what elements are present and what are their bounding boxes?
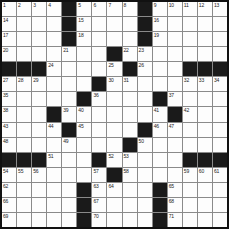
- clue-number-50: 50: [139, 138, 144, 144]
- black-cell-r1c5: [62, 2, 76, 16]
- black-cell-r11c1: [2, 153, 16, 167]
- cell-r5c10[interactable]: 26: [138, 62, 152, 76]
- cell-r6c2[interactable]: 28: [17, 77, 31, 91]
- cell-r8c6[interactable]: 40: [77, 107, 91, 121]
- cell-r3c3[interactable]: [32, 32, 46, 46]
- black-cell-r9c10: [138, 123, 152, 137]
- cell-r7c15[interactable]: [213, 92, 227, 106]
- cell-r15c10[interactable]: [138, 213, 152, 227]
- clue-number-17: 17: [3, 32, 8, 38]
- cell-r15c4[interactable]: [47, 213, 61, 227]
- clue-number-1: 1: [3, 2, 6, 8]
- cell-r12c2[interactable]: 55: [17, 168, 31, 182]
- cell-r12c4[interactable]: [47, 168, 61, 182]
- cell-r11c11[interactable]: [153, 153, 167, 167]
- cell-r3c14[interactable]: [198, 32, 212, 46]
- cell-r15c3[interactable]: [32, 213, 46, 227]
- clue-number-61: 61: [214, 168, 219, 174]
- clue-number-69: 69: [3, 213, 8, 219]
- cell-r3c12[interactable]: [168, 32, 182, 46]
- clue-number-40: 40: [78, 107, 83, 113]
- cell-r6c12[interactable]: [168, 77, 182, 91]
- cell-r9c2[interactable]: [17, 123, 31, 137]
- cell-r10c15[interactable]: [213, 138, 227, 152]
- cell-r2c13[interactable]: [183, 17, 197, 31]
- clue-number-48: 48: [3, 138, 8, 144]
- black-cell-r5c2: [17, 62, 31, 76]
- cell-r10c7[interactable]: [92, 138, 106, 152]
- clue-number-39: 39: [63, 107, 68, 113]
- cell-r2c9[interactable]: [123, 17, 137, 31]
- clue-number-22: 22: [124, 47, 129, 53]
- clue-number-28: 28: [18, 77, 23, 83]
- black-cell-r5c1: [2, 62, 16, 76]
- cell-r6c4[interactable]: [47, 77, 61, 91]
- clue-number-57: 57: [93, 168, 98, 174]
- cell-r9c15[interactable]: [213, 123, 227, 137]
- cell-r14c14[interactable]: [198, 198, 212, 212]
- cell-r10c1[interactable]: 48: [2, 138, 16, 152]
- cell-r12c14[interactable]: 60: [198, 168, 212, 182]
- clue-number-33: 33: [199, 77, 204, 83]
- cell-r14c10[interactable]: [138, 198, 152, 212]
- cell-r14c9[interactable]: [123, 198, 137, 212]
- clue-number-16: 16: [154, 17, 159, 23]
- cell-r7c14[interactable]: [198, 92, 212, 106]
- cell-r14c2[interactable]: [17, 198, 31, 212]
- cell-r3c1[interactable]: 17: [2, 32, 16, 46]
- black-cell-r9c5: [62, 123, 76, 137]
- cell-r14c12[interactable]: 68: [168, 198, 182, 212]
- cell-r15c8[interactable]: [107, 213, 121, 227]
- clue-number-10: 10: [169, 2, 174, 8]
- cell-r5c4[interactable]: 24: [47, 62, 61, 76]
- cell-r13c3[interactable]: [32, 183, 46, 197]
- cell-r7c7[interactable]: 36: [92, 92, 106, 106]
- black-cell-r15c6: [77, 213, 91, 227]
- cell-r11c12[interactable]: [168, 153, 182, 167]
- cell-r2c6[interactable]: 15: [77, 17, 91, 31]
- black-cell-r13c6: [77, 183, 91, 197]
- cell-r3c8[interactable]: [107, 32, 121, 46]
- cell-r2c2[interactable]: [17, 17, 31, 31]
- clue-number-18: 18: [78, 32, 83, 38]
- clue-number-4: 4: [48, 2, 51, 8]
- clue-number-52: 52: [108, 153, 113, 159]
- cell-r1c7[interactable]: 6: [92, 2, 106, 16]
- crossword-board: 1234567891011121314151617181920212223242…: [0, 0, 229, 229]
- cell-r9c8[interactable]: [107, 123, 121, 137]
- cell-r6c15[interactable]: 34: [213, 77, 227, 91]
- cell-r4c6[interactable]: [77, 47, 91, 61]
- clue-number-68: 68: [169, 198, 174, 204]
- cell-r9c13[interactable]: [183, 123, 197, 137]
- cell-r9c6[interactable]: 45: [77, 123, 91, 137]
- cell-r1c2[interactable]: 2: [17, 2, 31, 16]
- cell-r11c6[interactable]: [77, 153, 91, 167]
- black-cell-r15c11: [153, 213, 167, 227]
- cell-r2c1[interactable]: 14: [2, 17, 16, 31]
- cell-r6c5[interactable]: [62, 77, 76, 91]
- clue-number-43: 43: [3, 123, 8, 129]
- black-cell-r5c3: [32, 62, 46, 76]
- clue-number-47: 47: [169, 123, 174, 129]
- cell-r12c3[interactable]: 56: [32, 168, 46, 182]
- black-cell-r14c11: [153, 198, 167, 212]
- cell-r15c7[interactable]: 70: [92, 213, 106, 227]
- clue-number-44: 44: [48, 123, 53, 129]
- cell-r9c12[interactable]: 47: [168, 123, 182, 137]
- black-cell-r6c7: [92, 77, 106, 91]
- cell-r14c7[interactable]: 67: [92, 198, 106, 212]
- black-cell-r13c11: [153, 183, 167, 197]
- cell-r2c7[interactable]: [92, 17, 106, 31]
- cell-r9c14[interactable]: [198, 123, 212, 137]
- cell-r10c11[interactable]: [153, 138, 167, 152]
- cell-r13c5[interactable]: [62, 183, 76, 197]
- cell-r1c11[interactable]: 9: [153, 2, 167, 16]
- cell-r10c14[interactable]: [198, 138, 212, 152]
- cell-r13c12[interactable]: 65: [168, 183, 182, 197]
- cell-r6c8[interactable]: 30: [107, 77, 121, 91]
- cell-r13c8[interactable]: 64: [107, 183, 121, 197]
- clue-number-56: 56: [33, 168, 38, 174]
- cell-r11c10[interactable]: [138, 153, 152, 167]
- cell-r2c3[interactable]: [32, 17, 46, 31]
- cell-r7c5[interactable]: [62, 92, 76, 106]
- cell-r12c10[interactable]: [138, 168, 152, 182]
- cell-r12c6[interactable]: [77, 168, 91, 182]
- clue-number-45: 45: [78, 123, 83, 129]
- cell-r11c8[interactable]: 52: [107, 153, 121, 167]
- clue-number-23: 23: [139, 47, 144, 53]
- cell-r3c4[interactable]: [47, 32, 61, 46]
- cell-r5c5[interactable]: [62, 62, 76, 76]
- cell-r2c12[interactable]: [168, 17, 182, 31]
- cell-r4c14[interactable]: [198, 47, 212, 61]
- black-cell-r11c14: [198, 153, 212, 167]
- black-cell-r5c13: [183, 62, 197, 76]
- cell-r4c12[interactable]: [168, 47, 182, 61]
- cell-r7c4[interactable]: [47, 92, 61, 106]
- cell-r1c9[interactable]: 8: [123, 2, 137, 16]
- cell-r3c15[interactable]: [213, 32, 227, 46]
- cell-r9c4[interactable]: 44: [47, 123, 61, 137]
- cell-r1c1[interactable]: 1: [2, 2, 16, 16]
- cell-r2c4[interactable]: [47, 17, 61, 31]
- clue-number-71: 71: [169, 213, 174, 219]
- cell-r15c14[interactable]: [198, 213, 212, 227]
- cell-r13c9[interactable]: [123, 183, 137, 197]
- cell-r6c13[interactable]: 32: [183, 77, 197, 91]
- cell-r6c9[interactable]: 31: [123, 77, 137, 91]
- cell-r4c1[interactable]: 20: [2, 47, 16, 61]
- clue-number-51: 51: [48, 153, 53, 159]
- cell-r1c8[interactable]: 7: [107, 2, 121, 16]
- cell-r1c14[interactable]: 12: [198, 2, 212, 16]
- cell-r8c9[interactable]: [123, 107, 137, 121]
- clue-number-20: 20: [3, 47, 8, 53]
- cell-r9c9[interactable]: [123, 123, 137, 137]
- clue-number-35: 35: [3, 92, 8, 98]
- cell-r8c2[interactable]: [17, 107, 31, 121]
- cell-r6c11[interactable]: [153, 77, 167, 91]
- cell-r13c13[interactable]: [183, 183, 197, 197]
- clue-number-26: 26: [139, 62, 144, 68]
- black-cell-r11c13: [183, 153, 197, 167]
- clue-number-27: 27: [3, 77, 8, 83]
- clue-number-54: 54: [3, 168, 8, 174]
- cell-r14c8[interactable]: [107, 198, 121, 212]
- cell-r8c14[interactable]: [198, 107, 212, 121]
- black-cell-r11c3: [32, 153, 46, 167]
- cell-r12c15[interactable]: 61: [213, 168, 227, 182]
- cell-r4c5[interactable]: 21: [62, 47, 76, 61]
- black-cell-r7c11: [153, 92, 167, 106]
- cell-r14c13[interactable]: [183, 198, 197, 212]
- black-cell-r3c10: [138, 32, 152, 46]
- clue-number-6: 6: [93, 2, 96, 8]
- cell-r5c7[interactable]: [92, 62, 106, 76]
- cell-r5c8[interactable]: 25: [107, 62, 121, 76]
- cell-r4c4[interactable]: [47, 47, 61, 61]
- cell-r6c10[interactable]: [138, 77, 152, 91]
- clue-number-32: 32: [184, 77, 189, 83]
- cell-r8c15[interactable]: [213, 107, 227, 121]
- cell-r3c6[interactable]: 18: [77, 32, 91, 46]
- cell-r12c7[interactable]: 57: [92, 168, 106, 182]
- black-cell-r12c8: [107, 168, 121, 182]
- cell-r7c13[interactable]: [183, 92, 197, 106]
- cell-r7c12[interactable]: 37: [168, 92, 182, 106]
- black-cell-r2c10: [138, 17, 152, 31]
- clue-number-64: 64: [108, 183, 113, 189]
- black-cell-r5c15: [213, 62, 227, 76]
- cell-r5c11[interactable]: [153, 62, 167, 76]
- cell-r4c13[interactable]: [183, 47, 197, 61]
- clue-number-31: 31: [124, 77, 129, 83]
- black-cell-r10c9: [123, 138, 137, 152]
- cell-r15c12[interactable]: 71: [168, 213, 182, 227]
- clue-number-3: 3: [33, 2, 36, 8]
- cell-r13c1[interactable]: 62: [2, 183, 16, 197]
- cell-r8c5[interactable]: 39: [62, 107, 76, 121]
- cell-r3c7[interactable]: [92, 32, 106, 46]
- page: 1234567891011121314151617181920212223242…: [0, 0, 229, 229]
- cell-r8c10[interactable]: [138, 107, 152, 121]
- cell-r6c6[interactable]: [77, 77, 91, 91]
- clue-number-21: 21: [63, 47, 68, 53]
- cell-r12c5[interactable]: [62, 168, 76, 182]
- cell-r9c7[interactable]: [92, 123, 106, 137]
- clue-number-62: 62: [3, 183, 8, 189]
- clue-number-9: 9: [154, 2, 157, 8]
- cell-r1c3[interactable]: 3: [32, 2, 46, 16]
- clue-number-53: 53: [124, 153, 129, 159]
- cell-r1c12[interactable]: 10: [168, 2, 182, 16]
- black-cell-r1c10: [138, 2, 152, 16]
- clue-number-60: 60: [199, 168, 204, 174]
- cell-r6c14[interactable]: 33: [198, 77, 212, 91]
- cell-r14c3[interactable]: [32, 198, 46, 212]
- cell-r7c8[interactable]: [107, 92, 121, 106]
- cell-r11c9[interactable]: 53: [123, 153, 137, 167]
- cell-r15c9[interactable]: [123, 213, 137, 227]
- cell-r6c1[interactable]: 27: [2, 77, 16, 91]
- cell-r5c6[interactable]: [77, 62, 91, 76]
- black-cell-r8c4: [47, 107, 61, 121]
- clue-number-67: 67: [93, 198, 98, 204]
- clue-number-7: 7: [108, 2, 111, 8]
- clue-number-65: 65: [169, 183, 174, 189]
- cell-r4c11[interactable]: [153, 47, 167, 61]
- clue-number-59: 59: [184, 168, 189, 174]
- cell-r10c6[interactable]: [77, 138, 91, 152]
- black-cell-r8c12: [168, 107, 182, 121]
- clue-number-29: 29: [33, 77, 38, 83]
- cell-r2c11[interactable]: 16: [153, 17, 167, 31]
- cell-r11c4[interactable]: 51: [47, 153, 61, 167]
- clue-number-12: 12: [199, 2, 204, 8]
- cell-r15c5[interactable]: [62, 213, 76, 227]
- cell-r10c13[interactable]: [183, 138, 197, 152]
- cell-r3c11[interactable]: 19: [153, 32, 167, 46]
- cell-r13c15[interactable]: [213, 183, 227, 197]
- clue-number-36: 36: [93, 92, 98, 98]
- cell-r2c15[interactable]: [213, 17, 227, 31]
- black-cell-r5c9: [123, 62, 137, 76]
- clue-number-8: 8: [124, 2, 127, 8]
- cell-r4c2[interactable]: [17, 47, 31, 61]
- clue-number-14: 14: [3, 17, 8, 23]
- clue-number-63: 63: [93, 183, 98, 189]
- cell-r10c4[interactable]: [47, 138, 61, 152]
- black-cell-r2c5: [62, 17, 76, 31]
- cell-r15c13[interactable]: [183, 213, 197, 227]
- cell-r13c7[interactable]: 63: [92, 183, 106, 197]
- cell-r14c1[interactable]: 66: [2, 198, 16, 212]
- cell-r1c13[interactable]: 11: [183, 2, 197, 16]
- black-cell-r7c6: [77, 92, 91, 106]
- cell-r14c15[interactable]: [213, 198, 227, 212]
- cell-r2c8[interactable]: [107, 17, 121, 31]
- cell-r8c1[interactable]: 38: [2, 107, 16, 121]
- clue-number-41: 41: [154, 107, 159, 113]
- cell-r4c7[interactable]: [92, 47, 106, 61]
- cell-r7c1[interactable]: 35: [2, 92, 16, 106]
- cell-r10c3[interactable]: [32, 138, 46, 152]
- clue-number-37: 37: [169, 92, 174, 98]
- clue-number-42: 42: [184, 107, 189, 113]
- cell-r12c1[interactable]: 54: [2, 168, 16, 182]
- cell-r10c8[interactable]: [107, 138, 121, 152]
- clue-number-5: 5: [78, 2, 81, 8]
- cell-r3c13[interactable]: [183, 32, 197, 46]
- clue-number-25: 25: [108, 62, 113, 68]
- clue-number-70: 70: [93, 213, 98, 219]
- clue-number-11: 11: [184, 2, 189, 8]
- cell-r12c11[interactable]: [153, 168, 167, 182]
- cell-r13c14[interactable]: [198, 183, 212, 197]
- cell-r11c5[interactable]: [62, 153, 76, 167]
- cell-r7c10[interactable]: [138, 92, 152, 106]
- cell-r3c9[interactable]: [123, 32, 137, 46]
- black-cell-r11c7: [92, 153, 106, 167]
- cell-r10c2[interactable]: [17, 138, 31, 152]
- cell-r12c9[interactable]: 58: [123, 168, 137, 182]
- cell-r8c3[interactable]: [32, 107, 46, 121]
- cell-r12c12[interactable]: [168, 168, 182, 182]
- cell-r13c10[interactable]: [138, 183, 152, 197]
- clue-number-2: 2: [18, 2, 21, 8]
- clue-number-13: 13: [214, 2, 219, 8]
- cell-r10c12[interactable]: [168, 138, 182, 152]
- cell-r8c11[interactable]: 41: [153, 107, 167, 121]
- cell-r8c8[interactable]: [107, 107, 121, 121]
- black-cell-r11c15: [213, 153, 227, 167]
- black-cell-r11c2: [17, 153, 31, 167]
- cell-r6c3[interactable]: 29: [32, 77, 46, 91]
- cell-r5c12[interactable]: [168, 62, 182, 76]
- cell-r9c3[interactable]: [32, 123, 46, 137]
- cell-r7c9[interactable]: [123, 92, 137, 106]
- cell-r4c15[interactable]: [213, 47, 227, 61]
- clue-number-49: 49: [63, 138, 68, 144]
- cell-r2c14[interactable]: [198, 17, 212, 31]
- cell-r4c10[interactable]: 23: [138, 47, 152, 61]
- clue-number-46: 46: [154, 123, 159, 129]
- cell-r8c13[interactable]: 42: [183, 107, 197, 121]
- black-cell-r4c8: [107, 47, 121, 61]
- clue-number-38: 38: [3, 107, 8, 113]
- cell-r9c11[interactable]: 46: [153, 123, 167, 137]
- black-cell-r5c14: [198, 62, 212, 76]
- cell-r10c10[interactable]: 50: [138, 138, 152, 152]
- cell-r7c3[interactable]: [32, 92, 46, 106]
- cell-r1c4[interactable]: 4: [47, 2, 61, 16]
- black-cell-r3c5: [62, 32, 76, 46]
- clue-number-19: 19: [154, 32, 159, 38]
- cell-r7c2[interactable]: [17, 92, 31, 106]
- clue-number-55: 55: [18, 168, 23, 174]
- clue-number-66: 66: [3, 198, 8, 204]
- clue-number-34: 34: [214, 77, 219, 83]
- cell-r3c2[interactable]: [17, 32, 31, 46]
- clue-number-58: 58: [124, 168, 129, 174]
- cell-r1c15[interactable]: 13: [213, 2, 227, 16]
- cell-r1c6[interactable]: 5: [77, 2, 91, 16]
- cell-r9c1[interactable]: 43: [2, 123, 16, 137]
- cell-r15c1[interactable]: 69: [2, 213, 16, 227]
- black-cell-r14c6: [77, 198, 91, 212]
- clue-number-30: 30: [108, 77, 113, 83]
- cell-r4c3[interactable]: [32, 47, 46, 61]
- cell-r14c5[interactable]: [62, 198, 76, 212]
- clue-number-15: 15: [78, 17, 83, 23]
- clue-number-24: 24: [48, 62, 53, 68]
- cell-r10c5[interactable]: 49: [62, 138, 76, 152]
- cell-r8c7[interactable]: [92, 107, 106, 121]
- cell-r12c13[interactable]: 59: [183, 168, 197, 182]
- cell-r15c15[interactable]: [213, 213, 227, 227]
- cell-r13c2[interactable]: [17, 183, 31, 197]
- cell-r13c4[interactable]: [47, 183, 61, 197]
- cell-r4c9[interactable]: 22: [123, 47, 137, 61]
- cell-r15c2[interactable]: [17, 213, 31, 227]
- cell-r14c4[interactable]: [47, 198, 61, 212]
